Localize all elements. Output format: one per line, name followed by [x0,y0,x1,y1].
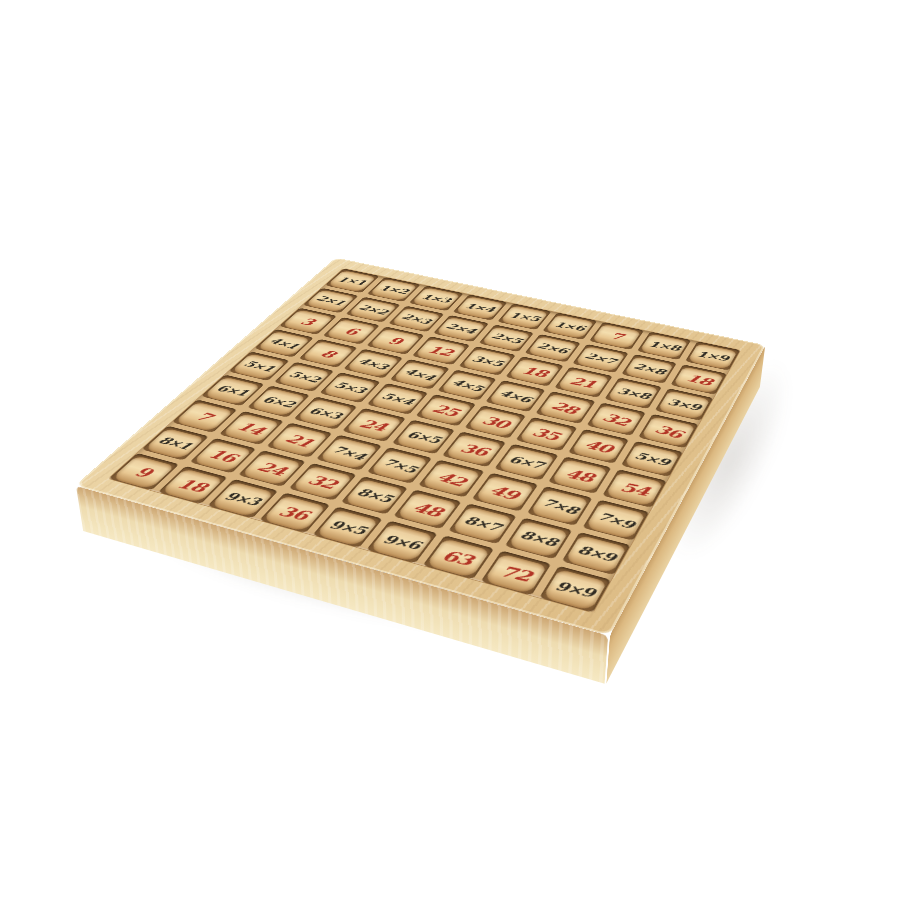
answer-label: 18 [519,365,549,379]
expression-label: 1×3 [420,293,452,304]
wooden-roller: 42 [421,462,481,496]
wooden-roller: 5×3 [322,374,378,402]
expression-label: 7×4 [329,445,367,462]
cell-r6c7[interactable]: 6×7 [494,444,558,480]
wooden-roller: 36 [641,416,696,447]
cell-r8c4[interactable]: 32 [288,463,356,501]
answer-label: 9 [132,465,155,479]
wooden-roller: 9 [111,456,174,489]
wooden-roller: 1×2 [369,279,418,301]
answer-label: 7 [193,410,216,423]
wooden-roller: 18 [160,469,224,503]
expression-label: 2×4 [444,323,477,336]
expression-label: 4×1 [267,337,301,351]
wooden-roller: 63 [425,539,490,578]
wooden-roller: 49 [474,475,534,510]
cell-r4c8[interactable]: 32 [586,402,646,435]
cell-r9c5[interactable]: 9×5 [312,507,383,548]
wooden-roller: 7×5 [369,450,429,483]
cell-r8c3[interactable]: 24 [238,450,306,487]
wooden-roller: 4×5 [439,372,493,400]
expression-label: 5×4 [379,392,415,407]
wooden-roller: 12 [414,338,466,364]
expression-label: 2×5 [489,332,523,345]
wooden-roller: 3×8 [606,380,659,408]
wooden-roller: 9×3 [210,482,274,517]
cell-r6c8[interactable]: 48 [548,457,612,494]
cell-r6c5[interactable]: 6×5 [391,420,455,455]
wooden-roller: 48 [396,492,458,528]
cell-r5c4[interactable]: 5×4 [367,383,428,415]
board-position: 1×11×21×31×41×51×671×81×92×12×22×32×42×5… [186,150,706,670]
wooden-roller: 6×7 [497,447,555,480]
cell-r9c6[interactable]: 9×6 [367,521,438,563]
expression-label: 9×6 [381,534,422,552]
wooden-roller: 6×1 [203,377,260,405]
cell-r4c7[interactable]: 28 [535,391,595,423]
cell-r5c6[interactable]: 30 [465,405,527,438]
expression-label: 5×9 [633,451,671,468]
cell-r8c9[interactable]: 8×9 [562,532,631,575]
wooden-roller: 1×4 [455,296,504,319]
cell-r8c7[interactable]: 8×7 [448,503,517,544]
wooden-roller: 9×6 [369,524,433,562]
expression-label: 4×4 [402,367,437,382]
wooden-roller: 21 [556,369,609,397]
wooden-roller: 8×1 [144,428,205,460]
wooden-roller: 1×3 [411,287,460,310]
expression-label: 1×2 [378,285,410,295]
cell-r7c6[interactable]: 42 [419,460,485,498]
wooden-roller: 8 [301,341,355,367]
wooden-roller: 6 [324,319,376,344]
cell-r8c1[interactable]: 8×1 [141,426,209,461]
answer-label: 25 [429,403,461,418]
answer-label: 48 [563,467,596,484]
wooden-roller: 8×7 [451,506,513,543]
expression-label: 8×9 [575,544,617,564]
cell-r9c2[interactable]: 18 [158,466,228,504]
wooden-roller: 8×8 [507,520,569,558]
expression-label: 2×8 [631,362,666,376]
answer-label: 21 [282,432,316,449]
cell-r9c8[interactable]: 72 [480,551,551,596]
answer-label: 24 [254,460,289,477]
expression-label: 1×6 [553,321,586,332]
cell-r4c4[interactable]: 4×4 [390,359,450,389]
expression-label: 4×3 [356,357,390,371]
wooden-roller: 1×6 [545,315,595,339]
expression-label: 6×1 [214,384,250,398]
answer-label: 7 [608,331,624,341]
cell-r8c5[interactable]: 8×5 [340,476,408,515]
expression-label: 9×5 [327,519,368,537]
expression-label: 4×5 [449,378,484,393]
expression-label: 6×5 [404,430,441,445]
expression-label: 9×9 [554,580,597,600]
expression-label: 3×5 [470,355,504,368]
wooden-roller: 2×8 [623,356,674,383]
expression-label: 5×2 [286,370,321,384]
scene: 1×11×21×31×41×51×671×81×92×12×22×32×42×5… [0,0,900,900]
answer-label: 18 [684,373,714,388]
answer-label: 48 [409,501,444,520]
wooden-roller: 2×2 [347,298,398,321]
expression-label: 1×5 [508,312,540,323]
cell-r7c7[interactable]: 49 [472,473,538,512]
answer-label: 28 [549,400,581,416]
expression-label: 2×2 [356,304,389,316]
wooden-roller: 32 [291,466,353,500]
cell-r8c8[interactable]: 8×8 [504,517,573,559]
answer-label: 8 [317,348,337,359]
wooden-roller: 36 [262,496,326,532]
expression-label: 8×7 [461,515,502,534]
answer-label: 36 [276,504,312,522]
expression-label: 2×3 [400,313,433,325]
cell-r7c9[interactable]: 7×9 [583,500,649,541]
expression-label: 6×2 [260,395,296,409]
wooden-roller: 9 [369,329,421,354]
expression-label: 1×1 [336,276,367,286]
expression-label: 8×1 [155,436,193,452]
cell-r7c3[interactable]: 21 [267,423,333,458]
expression-label: 2×1 [314,295,346,307]
wooden-roller: 16 [191,440,252,472]
wooden-roller: 32 [589,405,643,435]
wooden-roller: 2×4 [435,317,486,342]
answer-label: 63 [440,548,476,568]
expression-label: 4×6 [497,389,533,404]
expression-label: 1×9 [696,350,729,362]
wooden-roller: 35 [518,419,574,450]
expression-label: 1×4 [463,302,495,313]
wooden-roller: 7×9 [585,503,645,540]
wooden-roller: 2×7 [574,346,625,372]
answer-label: 72 [497,564,533,584]
wooden-roller: 5×2 [276,364,332,391]
wooden-roller: 18 [508,359,561,386]
answer-label: 3 [298,317,317,327]
wooden-roller: 1×1 [327,270,376,292]
wooden-roller: 5×9 [623,443,679,476]
expression-label: 9×3 [222,491,262,508]
cell-r9c4[interactable]: 36 [259,493,330,533]
wooden-roller: 54 [605,472,663,507]
wooden-roller: 21 [269,425,329,456]
answer-label: 6 [341,326,360,336]
expression-label: 8×5 [354,487,394,505]
wooden-roller: 18 [673,366,724,394]
expression-label: 3×9 [666,398,702,412]
answer-label: 30 [479,415,511,431]
cell-r8c6[interactable]: 48 [393,489,461,529]
wooden-roller: 30 [467,408,523,438]
wooden-roller: 2×5 [480,326,531,351]
cell-r9c9[interactable]: 9×9 [540,566,611,612]
wooden-roller: 5×4 [369,385,425,414]
wooden-roller: 40 [570,431,626,463]
expression-label: 7×5 [380,457,418,475]
wooden-roller: 1×5 [499,305,549,329]
wooden-roller: 8×5 [343,479,405,514]
wooden-roller: 2×6 [527,336,578,362]
cell-r7c1[interactable]: 7 [172,399,237,432]
wooden-roller: 2×1 [305,290,356,313]
cell-r6c6[interactable]: 36 [442,432,506,467]
answer-label: 12 [426,345,456,358]
wooden-roller: 24 [344,410,402,440]
cell-r7c5[interactable]: 7×5 [367,447,433,484]
expression-label: 3×8 [615,387,650,401]
answer-label: 32 [305,473,340,491]
wooden-roller: 1×9 [688,343,738,369]
wooden-roller: 3 [281,310,333,334]
wooden-roller: 9×9 [542,569,607,611]
cell-r9c1[interactable]: 9 [109,453,179,490]
answer-label: 24 [357,418,389,433]
cell-r7c8[interactable]: 7×8 [527,486,593,526]
wooden-roller: 8×9 [565,535,628,574]
cell-r3c9[interactable]: 3×9 [655,388,713,420]
answer-label: 18 [174,477,209,494]
wooden-roller: 25 [417,396,473,425]
expression-label: 1×8 [647,340,680,352]
wooden-roller: 7 [591,324,641,349]
expression-label: 8×8 [517,529,558,548]
wooden-roller: 2×3 [390,308,441,332]
wooden-roller: 3×5 [460,348,513,374]
wooden-roller: 6×5 [394,422,452,453]
expression-label: 2×7 [583,352,617,366]
cell-r6c9[interactable]: 54 [603,469,667,507]
wooden-roller: 36 [445,434,503,466]
answer-label: 42 [434,470,469,488]
answer-label: 54 [618,480,651,497]
answer-label: 36 [652,423,684,440]
expression-label: 6×7 [507,455,545,471]
wooden-roller: 28 [538,393,592,422]
cell-r9c3[interactable]: 9×3 [208,479,278,518]
wooden-roller: 9×5 [315,510,379,547]
wooden-roller: 4×6 [488,382,542,411]
wooden-roller: 48 [550,459,608,493]
cell-r4c9[interactable]: 36 [639,414,699,448]
expression-label: 5×1 [241,360,276,374]
wooden-roller: 24 [241,453,303,486]
wooden-roller: 4×1 [257,331,311,356]
cell-r9c7[interactable]: 63 [423,536,494,580]
answer-label: 35 [530,426,562,442]
cell-r5c5[interactable]: 25 [415,394,477,427]
cell-r5c7[interactable]: 35 [515,417,577,451]
wooden-roller: 1×8 [639,334,689,360]
wooden-roller: 7 [174,402,233,432]
expression-label: 7×9 [595,511,636,531]
wooden-roller: 4×3 [346,351,400,378]
expression-label: 6×3 [307,407,344,421]
cell-r5c8[interactable]: 40 [568,429,630,464]
wooden-roller: 7×8 [529,489,589,525]
cell-r5c9[interactable]: 5×9 [621,441,683,477]
wooden-roller: 14 [221,413,280,444]
answer-label: 36 [457,442,489,458]
expression-label: 5×3 [332,381,368,395]
cell-r7c2[interactable]: 14 [219,411,284,445]
cell-r6c4[interactable]: 24 [342,408,406,442]
wooden-roller: 7×4 [318,437,378,469]
cell-r7c4[interactable]: 7×4 [316,435,382,471]
wooden-roller: 5×1 [231,353,286,380]
wooden-roller: 72 [483,554,548,595]
answer-label: 9 [386,336,404,347]
cell-r8c2[interactable]: 16 [189,438,257,474]
cell-r4c5[interactable]: 4×5 [437,370,497,401]
answer-label: 14 [234,420,267,436]
answer-label: 21 [568,376,598,390]
wooden-roller: 6×2 [249,388,306,417]
expression-label: 2×6 [535,342,569,355]
answer-label: 49 [487,483,522,502]
expression-label: 7×8 [539,497,579,516]
answer-label: 16 [205,448,239,465]
wooden-roller: 3×9 [657,391,710,420]
wooden-roller: 6×3 [296,399,354,429]
answer-label: 40 [582,439,614,456]
wooden-roller: 4×4 [392,361,446,388]
answer-label: 32 [600,411,632,427]
